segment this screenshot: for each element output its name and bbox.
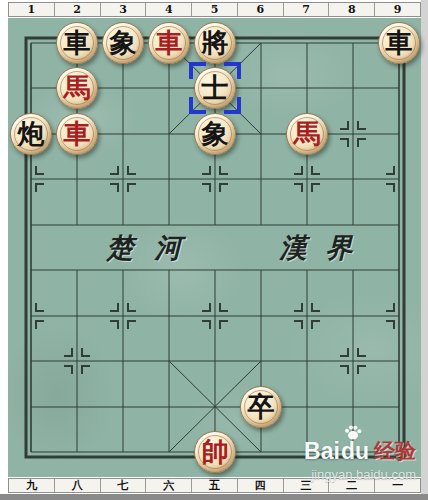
page-right-margin — [421, 0, 428, 500]
baidu-jingyan-watermark: Bai du 经验 jingyan.baidu.com — [304, 437, 416, 482]
piece-glyph: 車 — [64, 120, 91, 147]
watermark-brand-bai: Bai — [304, 438, 340, 465]
piece-black-將[interactable]: 將 — [194, 22, 236, 64]
river-text-he: 河 — [155, 230, 182, 266]
piece-glyph: 象 — [110, 29, 137, 56]
piece-glyph: 馬 — [64, 74, 91, 101]
piece-glyph: 馬 — [294, 120, 321, 147]
watermark-brand-du: du — [341, 438, 369, 465]
piece-red-車[interactable]: 車 — [148, 22, 190, 64]
piece-black-車[interactable]: 車 — [56, 22, 98, 64]
piece-glyph: 卒 — [248, 393, 275, 420]
piece-glyph: 車 — [64, 29, 91, 56]
piece-glyph: 象 — [202, 120, 229, 147]
file-label-9: 9 — [375, 3, 420, 16]
piece-glyph: 將 — [202, 29, 229, 56]
file-label-2: 2 — [55, 3, 101, 16]
piece-glyph: 車 — [386, 29, 413, 56]
file-label-8: 8 — [329, 3, 375, 16]
piece-glyph: 士 — [202, 74, 229, 101]
piece-black-車[interactable]: 車 — [378, 22, 420, 64]
page-bottom-strip — [0, 494, 428, 500]
piece-glyph: 帥 — [202, 438, 229, 465]
piece-red-馬[interactable]: 馬 — [56, 67, 98, 109]
river-text-chu: 楚 — [107, 230, 134, 266]
piece-black-卒[interactable]: 卒 — [240, 386, 282, 428]
piece-black-象[interactable]: 象 — [194, 113, 236, 155]
piece-black-象[interactable]: 象 — [102, 22, 144, 64]
piece-glyph: 炮 — [18, 120, 45, 147]
watermark-brand-suffix: 经验 — [374, 437, 416, 465]
file-label-4: 4 — [146, 3, 192, 16]
river-text-jie: 界 — [326, 230, 353, 266]
xiangqi-app-window: 1 2 3 4 5 6 7 8 9 楚 河 漢 界 車象車將車馬士炮車象馬卒帥 … — [0, 0, 428, 500]
piece-red-馬[interactable]: 馬 — [286, 113, 328, 155]
file-label-1: 1 — [9, 3, 55, 16]
piece-black-士[interactable]: 士 — [194, 67, 236, 109]
piece-black-炮[interactable]: 炮 — [10, 113, 52, 155]
file-coordinates-top: 1 2 3 4 5 6 7 8 9 — [8, 2, 421, 17]
piece-red-車[interactable]: 車 — [56, 113, 98, 155]
watermark-url: jingyan.baidu.com — [304, 467, 416, 482]
file-label-3: 3 — [101, 3, 147, 16]
river-text-han: 漢 — [280, 230, 307, 266]
file-label-5: 5 — [192, 3, 238, 16]
piece-red-帥[interactable]: 帥 — [194, 431, 236, 473]
piece-glyph: 車 — [156, 29, 183, 56]
xiangqi-board[interactable]: 楚 河 漢 界 車象車將車馬士炮車象馬卒帥 — [8, 18, 421, 477]
baidu-paw-icon — [343, 424, 363, 440]
file-label-7: 7 — [284, 3, 330, 16]
file-label-6: 6 — [238, 3, 284, 16]
